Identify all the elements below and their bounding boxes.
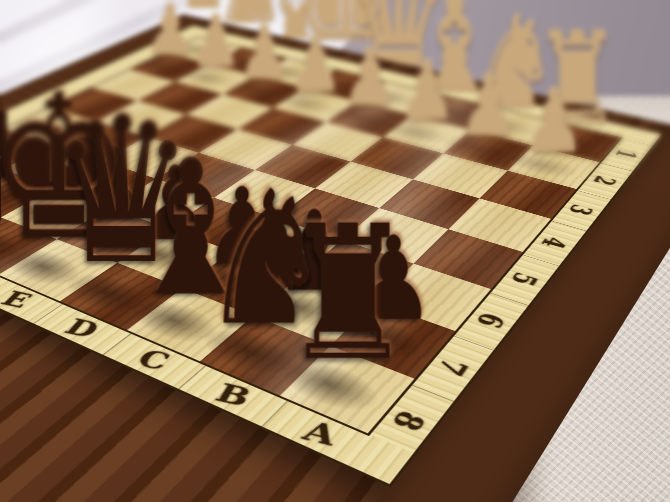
rank-label-6: 6 <box>469 309 512 331</box>
rank-label-2: 2 <box>587 173 622 187</box>
rank-label-8: 8 <box>384 406 434 435</box>
rank-label-1: 1 <box>610 148 643 161</box>
black-rook-icon: ♜ <box>264 199 433 387</box>
file-label-a: A <box>298 414 341 451</box>
file-label-d: D <box>59 314 105 342</box>
rank-label-3: 3 <box>563 202 600 218</box>
rank-label-4: 4 <box>535 234 574 252</box>
perspective-container: 12345678 HGFEDCBA ♜♞♝♛♚♝♞♜♟♟♟♟♟♟♟♟♟♟♟♟♟♟… <box>0 0 670 502</box>
chess-board: 12345678 HGFEDCBA ♜♞♝♛♚♝♞♜♟♟♟♟♟♟♟♟♟♟♟♟♟♟… <box>0 14 670 502</box>
rank-label-7: 7 <box>429 354 475 380</box>
file-label-e: E <box>0 287 38 312</box>
rank-label-5: 5 <box>504 269 545 289</box>
square-a3[interactable] <box>480 171 577 219</box>
photo-scene: 12345678 HGFEDCBA ♜♞♝♛♚♝♞♜♟♟♟♟♟♟♟♟♟♟♟♟♟♟… <box>0 0 670 502</box>
